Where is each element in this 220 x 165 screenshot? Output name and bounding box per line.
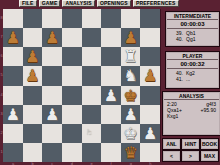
square-g8[interactable] <box>121 9 141 28</box>
square-a1[interactable] <box>3 143 23 162</box>
square-f8[interactable] <box>101 9 121 28</box>
analysis-panel: ANALYSIS 2:20g4f3Qxa1++95.90Kxg1 <box>162 91 220 136</box>
menu-item-preferences[interactable]: PREFERENCES <box>133 0 179 7</box>
menu-item-analysis[interactable]: ANALYSIS <box>62 0 94 7</box>
square-b1[interactable] <box>23 143 43 162</box>
file-label: d <box>69 162 75 165</box>
square-h7[interactable] <box>140 28 160 47</box>
max-button[interactable]: MAX <box>200 150 219 162</box>
square-h8[interactable] <box>140 9 160 28</box>
bronze-queen[interactable]: ♛ <box>121 143 141 162</box>
next-move-button[interactable]: > <box>181 150 200 162</box>
square-h3[interactable] <box>140 105 160 124</box>
file-label: e <box>89 162 95 165</box>
bronze-pawn[interactable]: ♟ <box>23 66 43 85</box>
rank-label: 3 <box>0 112 3 116</box>
file-label: f <box>108 162 114 165</box>
square-g5[interactable]: ♞ <box>121 66 141 85</box>
square-a3[interactable]: ♟ <box>3 105 23 124</box>
square-e4[interactable] <box>82 86 102 105</box>
player-name: PLAYER <box>167 52 218 60</box>
square-f5[interactable] <box>101 66 121 85</box>
file-label: g <box>128 162 134 165</box>
square-h5[interactable]: ♟ <box>140 66 160 85</box>
square-c5[interactable] <box>42 66 62 85</box>
square-f3[interactable] <box>101 105 121 124</box>
square-g2[interactable]: ♚ <box>121 124 141 143</box>
square-h6[interactable] <box>140 47 160 66</box>
move-text: Qg1 <box>186 36 217 42</box>
square-d8[interactable] <box>62 9 82 28</box>
square-a6[interactable] <box>3 47 23 66</box>
silver-pawn[interactable]: ♟ <box>121 105 141 124</box>
rank-label: 5 <box>0 73 3 77</box>
square-f4[interactable]: ♟ <box>101 86 121 105</box>
rank-label: 8 <box>0 16 3 20</box>
move-row: 41.... <box>168 76 217 82</box>
menu-item-openings[interactable]: OPENINGS <box>97 0 131 7</box>
bronze-pawn[interactable]: ♟ <box>140 66 160 85</box>
bronze-king[interactable]: ♚ <box>121 86 141 105</box>
rank-label: 7 <box>0 35 3 39</box>
file-label: a <box>10 162 16 165</box>
square-d7[interactable] <box>62 28 82 47</box>
silver-pawn[interactable]: ♟ <box>101 86 121 105</box>
square-g4[interactable]: ♚ <box>121 86 141 105</box>
rank-label: 2 <box>0 131 3 135</box>
square-h2[interactable]: ♟ <box>140 124 160 143</box>
square-g6[interactable]: ♜ <box>121 47 141 66</box>
square-a8[interactable] <box>3 9 23 28</box>
player-clock-time: 00:00:32 <box>167 60 218 69</box>
move-number: 41. <box>168 76 183 82</box>
square-c7[interactable]: ♟ <box>42 28 62 47</box>
square-b5[interactable]: ♟ <box>23 66 43 85</box>
square-d5[interactable] <box>62 66 82 85</box>
silver-rook[interactable]: ♜ <box>121 47 141 66</box>
square-e2[interactable]: ☞ <box>82 124 102 143</box>
square-a5[interactable] <box>3 66 23 85</box>
hand-cursor-icon: ☞ <box>85 128 93 135</box>
square-d3[interactable] <box>62 105 82 124</box>
silver-king[interactable]: ♚ <box>121 124 141 143</box>
square-g3[interactable]: ♟ <box>121 105 141 124</box>
analysis-line-right: +95.90 <box>201 107 216 113</box>
opponent-move-list: 39.Qb140.Qg1 <box>166 29 219 42</box>
square-c2[interactable] <box>42 124 62 143</box>
square-b6[interactable]: ♟ <box>23 47 43 66</box>
square-b4[interactable] <box>23 86 43 105</box>
square-e1[interactable] <box>82 143 102 162</box>
player-clock-panel: PLAYER 00:00:32 40.Kg241.... <box>165 51 220 89</box>
bronze-pawn[interactable]: ♟ <box>3 28 23 47</box>
menu-item-file[interactable]: FILE <box>19 0 37 7</box>
square-h4[interactable] <box>140 86 160 105</box>
analysis-title: ANALYSIS <box>164 92 219 100</box>
silver-pawn[interactable]: ♟ <box>140 124 160 143</box>
square-e3[interactable] <box>82 105 102 124</box>
bronze-pawn[interactable]: ♟ <box>23 47 43 66</box>
control-button-grid: ANLHINTBOOK<>MAX <box>162 138 219 162</box>
square-c4[interactable] <box>42 86 62 105</box>
bronze-pawn[interactable]: ♟ <box>121 28 141 47</box>
square-c1[interactable] <box>42 143 62 162</box>
chess-app-window: FILEGAMEANALYSISOPENINGSPREFERENCES ♟♟♟♟… <box>0 0 220 165</box>
square-a4[interactable] <box>3 86 23 105</box>
opponent-clock-panel: INTERMEDIATE 00:00:03 39.Qb140.Qg1 <box>165 11 220 47</box>
player-move-list: 40.Kg241.... <box>166 69 219 82</box>
square-e5[interactable] <box>82 66 102 85</box>
move-row: 40.Qg1 <box>168 36 217 42</box>
book-button[interactable]: BOOK <box>200 138 219 150</box>
square-f6[interactable] <box>101 47 121 66</box>
square-g7[interactable]: ♟ <box>121 28 141 47</box>
bronze-pawn[interactable]: ♟ <box>42 28 62 47</box>
square-b7[interactable] <box>23 28 43 47</box>
opponent-name: INTERMEDIATE <box>167 12 218 20</box>
square-d2[interactable] <box>62 124 82 143</box>
square-d4[interactable] <box>62 86 82 105</box>
square-f7[interactable] <box>101 28 121 47</box>
square-e7[interactable] <box>82 28 102 47</box>
square-c8[interactable] <box>42 9 62 28</box>
silver-knight[interactable]: ♞ <box>121 66 141 85</box>
square-b8[interactable] <box>23 9 43 28</box>
square-a7[interactable]: ♟ <box>3 28 23 47</box>
move-number: 40. <box>168 36 183 42</box>
anl-button[interactable]: ANL <box>162 138 181 150</box>
square-d6[interactable] <box>62 47 82 66</box>
rank-label: 1 <box>0 150 3 154</box>
rank-label: 6 <box>0 54 3 58</box>
analysis-line-left: Kxg1 <box>167 113 178 119</box>
square-c3[interactable]: ♟ <box>42 105 62 124</box>
square-f1[interactable] <box>101 143 121 162</box>
square-f2[interactable] <box>101 124 121 143</box>
square-a2[interactable] <box>3 124 23 143</box>
file-label: c <box>49 162 55 165</box>
file-label: h <box>147 162 153 165</box>
square-e8[interactable] <box>82 9 102 28</box>
square-c6[interactable] <box>42 47 62 66</box>
opponent-clock-time: 00:00:03 <box>167 20 218 29</box>
menu-item-game[interactable]: GAME <box>39 0 61 7</box>
square-b2[interactable] <box>23 124 43 143</box>
analysis-line: Kxg1 <box>163 113 220 119</box>
file-label: b <box>30 162 36 165</box>
chess-board: ♟♟♟♟♜♟♞♟♟♚♟♟♟☞♚♟♛ <box>3 9 161 162</box>
silver-pawn[interactable]: ♟ <box>42 105 62 124</box>
hint-button[interactable]: HINT <box>181 138 200 150</box>
square-g1[interactable]: ♛ <box>121 143 141 162</box>
menu-bar: FILEGAMEANALYSISOPENINGSPREFERENCES <box>19 0 179 8</box>
square-d1[interactable] <box>62 143 82 162</box>
square-e6[interactable] <box>82 47 102 66</box>
analysis-lines: 2:20g4f3Qxa1++95.90Kxg1 <box>163 100 220 119</box>
silver-pawn[interactable]: ♟ <box>3 105 23 124</box>
rank-label: 4 <box>0 93 3 97</box>
move-text: ... <box>186 76 217 82</box>
square-h1[interactable] <box>140 143 160 162</box>
prev-move-button[interactable]: < <box>162 150 181 162</box>
square-b3[interactable] <box>23 105 43 124</box>
